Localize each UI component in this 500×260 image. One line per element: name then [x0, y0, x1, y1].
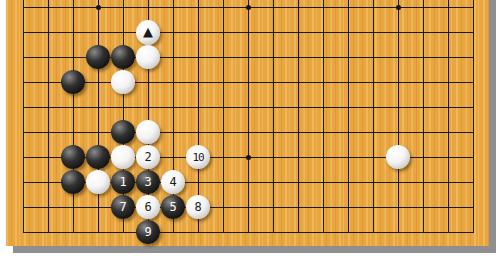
- stone-black-d8[interactable]: [86, 45, 110, 69]
- stone-black-move-5-g2[interactable]: 5: [161, 195, 185, 219]
- stone-black-move-3-f3[interactable]: 3: [136, 170, 160, 194]
- go-screenshot-root: ▲21013476589: [0, 0, 500, 260]
- stone-black-e8[interactable]: [111, 45, 135, 69]
- stone-black-d4[interactable]: [86, 145, 110, 169]
- stone-white-f8[interactable]: [136, 45, 160, 69]
- stone-black-e5[interactable]: [111, 120, 135, 144]
- stone-white-move-8-h2[interactable]: 8: [186, 195, 210, 219]
- stone-white-move-6-f2[interactable]: 6: [136, 195, 160, 219]
- stone-white-move-2-f4[interactable]: 2: [136, 145, 160, 169]
- stone-white-f5[interactable]: [136, 120, 160, 144]
- stone-black-c7[interactable]: [61, 70, 85, 94]
- stone-white-e4[interactable]: [111, 145, 135, 169]
- stone-black-c4[interactable]: [61, 145, 85, 169]
- stone-black-move-1-e3[interactable]: 1: [111, 170, 135, 194]
- stone-white-move-10-h4[interactable]: 10: [186, 145, 210, 169]
- stone-black-move-7-e2[interactable]: 7: [111, 195, 135, 219]
- stone-white-triangle-f9[interactable]: ▲: [136, 20, 160, 45]
- go-board[interactable]: ▲21013476589: [6, 0, 489, 246]
- stone-white-d3[interactable]: [86, 170, 110, 194]
- board-grid[interactable]: ▲21013476589: [11, 0, 486, 245]
- stone-black-move-9-f1[interactable]: 9: [136, 220, 160, 244]
- stone-white-e7[interactable]: [111, 70, 135, 94]
- stone-white-q4[interactable]: [386, 145, 410, 169]
- stone-white-move-4-g3[interactable]: 4: [161, 170, 185, 194]
- stone-black-c3[interactable]: [61, 170, 85, 194]
